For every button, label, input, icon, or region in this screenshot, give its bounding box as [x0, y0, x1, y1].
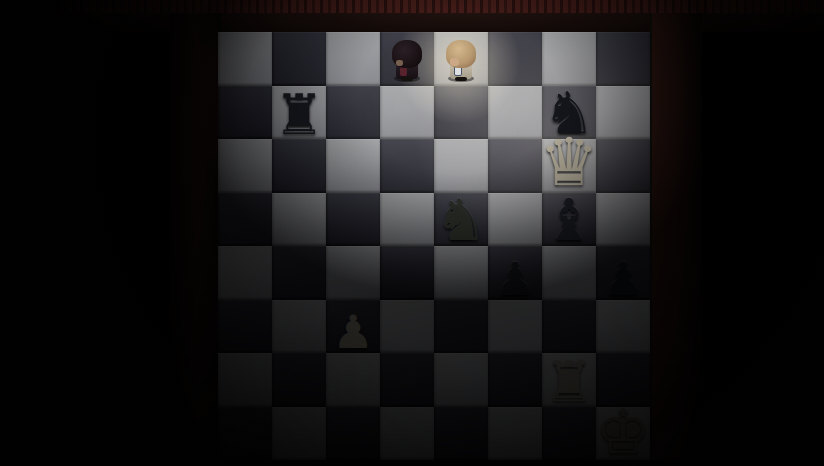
square-a8[interactable]: [218, 32, 272, 86]
square-e1[interactable]: [434, 407, 488, 461]
square-d7[interactable]: [380, 86, 434, 140]
square-a3[interactable]: [218, 300, 272, 354]
square-g4[interactable]: [542, 246, 596, 300]
square-c1[interactable]: [326, 407, 380, 461]
dark-haired-character-accent: [400, 67, 407, 76]
game-scene: ♜♞♛♞♝♟♟♟♜♚: [0, 0, 824, 466]
square-h3[interactable]: [596, 300, 650, 354]
black-knight-e5[interactable]: ♞: [434, 162, 488, 248]
white-king-h1[interactable]: ♚: [596, 376, 650, 462]
square-f8[interactable]: [488, 32, 542, 86]
black-pawn-f4[interactable]: ♟: [488, 216, 542, 302]
black-bishop-g5[interactable]: ♝: [542, 162, 596, 248]
square-c6[interactable]: [326, 139, 380, 193]
square-a6[interactable]: [218, 139, 272, 193]
square-f6[interactable]: [488, 139, 542, 193]
piece-glyph: ♞: [435, 193, 487, 248]
square-e7[interactable]: [434, 86, 488, 140]
board-frame-right: [650, 13, 702, 466]
square-a2[interactable]: [218, 353, 272, 407]
square-d4[interactable]: [380, 246, 434, 300]
square-a5[interactable]: [218, 193, 272, 247]
black-pawn-h4[interactable]: ♟: [596, 216, 650, 302]
piece-glyph: ♟: [332, 311, 373, 355]
square-e3[interactable]: [434, 300, 488, 354]
square-d5[interactable]: [380, 193, 434, 247]
square-b3[interactable]: [272, 300, 326, 354]
blonde-character-feet: [455, 77, 467, 81]
square-e4[interactable]: [434, 246, 488, 300]
square-a7[interactable]: [218, 86, 272, 140]
square-c5[interactable]: [326, 193, 380, 247]
square-d3[interactable]: [380, 300, 434, 354]
dark-haired-character-feet: [401, 77, 413, 81]
wallpaper-band: [0, 0, 824, 13]
square-h8[interactable]: [596, 32, 650, 86]
white-pawn-c3[interactable]: ♟: [326, 269, 380, 355]
square-f7[interactable]: [488, 86, 542, 140]
board-frame-left: [170, 13, 221, 466]
square-b2[interactable]: [272, 353, 326, 407]
square-d1[interactable]: [380, 407, 434, 461]
square-f2[interactable]: [488, 353, 542, 407]
square-a1[interactable]: [218, 407, 272, 461]
piece-glyph: ♚: [595, 403, 651, 462]
piece-glyph: ♟: [494, 258, 535, 302]
black-rook-b7[interactable]: ♜: [272, 55, 326, 141]
square-c7[interactable]: [326, 86, 380, 140]
square-f3[interactable]: [488, 300, 542, 354]
square-d6[interactable]: [380, 139, 434, 193]
white-rook-g2[interactable]: ♜: [542, 323, 596, 409]
square-b4[interactable]: [272, 246, 326, 300]
square-c8[interactable]: [326, 32, 380, 86]
square-b5[interactable]: [272, 193, 326, 247]
square-b1[interactable]: [272, 407, 326, 461]
square-a4[interactable]: [218, 246, 272, 300]
square-h6[interactable]: [596, 139, 650, 193]
square-h7[interactable]: [596, 86, 650, 140]
square-d2[interactable]: [380, 353, 434, 407]
square-e2[interactable]: [434, 353, 488, 407]
piece-glyph: ♜: [274, 88, 324, 141]
square-c2[interactable]: [326, 353, 380, 407]
dark-haired-character-face: [396, 60, 403, 66]
square-f1[interactable]: [488, 407, 542, 461]
square-b6[interactable]: [272, 139, 326, 193]
dark-haired-character[interactable]: [380, 24, 434, 84]
blonde-character-face: [450, 58, 459, 66]
piece-glyph: ♜: [544, 355, 594, 408]
blonde-character[interactable]: [434, 24, 488, 84]
piece-glyph: ♟: [602, 258, 643, 302]
piece-glyph: ♝: [543, 193, 595, 248]
square-g1[interactable]: [542, 407, 596, 461]
